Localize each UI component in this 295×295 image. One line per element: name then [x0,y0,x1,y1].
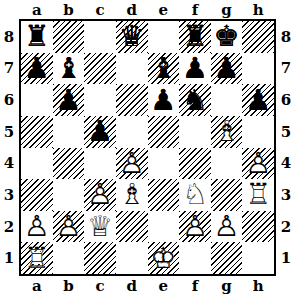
piece-white-pawn[interactable]: ♟♙ [211,211,243,243]
square-d8[interactable]: ♛♛ [116,21,148,53]
square-d5[interactable] [116,116,148,148]
square-f5[interactable] [179,116,211,148]
piece-black-rook[interactable]: ♜♜ [21,21,53,53]
square-h8[interactable] [242,21,274,53]
chess-board: ♜♜♛♛♜♜♚♚♟♟♝♝♝♝♟♟♟♟♟♟♟♟♞♞♟♟♟♟♝♗♟♙♟♙♟♙♝♗♞♘… [19,19,276,276]
piece-glyph: ♟ [179,53,211,85]
square-h6[interactable]: ♟♟ [242,84,274,116]
square-d7[interactable] [116,53,148,85]
piece-white-pawn[interactable]: ♟♙ [242,148,274,180]
piece-glyph: ♟ [242,84,274,116]
piece-glyph: ♔ [148,242,180,274]
rank-label-3: 3 [278,179,294,211]
rank-label-7: 7 [1,53,17,85]
rank-label-1: 1 [1,242,17,274]
square-e7[interactable]: ♝♝ [148,53,180,85]
square-e5[interactable] [148,116,180,148]
piece-black-bishop[interactable]: ♝♝ [53,53,85,85]
square-b1[interactable] [53,242,85,274]
rank-label-1: 1 [278,242,294,274]
piece-glyph: ♟ [148,84,180,116]
rank-label-5: 5 [1,116,17,148]
piece-glyph: ♙ [53,211,85,243]
square-h1[interactable] [242,242,274,274]
square-d3[interactable]: ♝♗ [116,179,148,211]
piece-black-knight[interactable]: ♞♞ [179,84,211,116]
square-b3[interactable] [53,179,85,211]
rank-label-4: 4 [278,148,294,180]
square-e6[interactable]: ♟♟ [148,84,180,116]
piece-white-bishop[interactable]: ♝♗ [116,179,148,211]
square-a7[interactable]: ♟♟ [21,53,53,85]
square-g5[interactable]: ♝♗ [211,116,243,148]
square-c6[interactable] [84,84,116,116]
piece-white-queen[interactable]: ♛♕ [84,211,116,243]
rank-label-6: 6 [1,84,17,116]
piece-white-rook[interactable]: ♜♖ [21,242,53,274]
file-label-g: g [211,2,243,18]
piece-black-king[interactable]: ♚♚ [211,21,243,53]
rank-label-8: 8 [278,21,294,53]
piece-glyph: ♛ [116,21,148,53]
square-a5[interactable] [21,116,53,148]
file-labels-top: abcdefgh [21,2,274,18]
square-h4[interactable]: ♟♙ [242,148,274,180]
square-g8[interactable]: ♚♚ [211,21,243,53]
rank-label-6: 6 [278,84,294,116]
square-a4[interactable] [21,148,53,180]
square-e8[interactable] [148,21,180,53]
file-label-c: c [84,278,116,294]
piece-glyph: ♙ [21,211,53,243]
piece-glyph: ♝ [53,53,85,85]
rank-label-4: 4 [1,148,17,180]
piece-black-pawn[interactable]: ♟♟ [148,84,180,116]
rank-label-8: 8 [1,21,17,53]
piece-black-bishop[interactable]: ♝♝ [148,53,180,85]
file-label-a: a [21,2,53,18]
piece-white-pawn[interactable]: ♟♙ [179,211,211,243]
square-g3[interactable] [211,179,243,211]
piece-glyph: ♖ [242,179,274,211]
piece-glyph: ♙ [242,148,274,180]
file-label-h: h [242,278,274,294]
piece-glyph: ♝ [148,53,180,85]
piece-glyph: ♜ [179,21,211,53]
rank-labels-right: 87654321 [278,21,294,274]
file-label-b: b [53,2,85,18]
piece-black-pawn[interactable]: ♟♟ [211,53,243,85]
square-h3[interactable]: ♜♖ [242,179,274,211]
piece-glyph: ♗ [211,116,243,148]
square-c7[interactable] [84,53,116,85]
square-h5[interactable] [242,116,274,148]
rank-label-7: 7 [278,53,294,85]
piece-glyph: ♟ [21,53,53,85]
square-c5[interactable]: ♟♟ [84,116,116,148]
square-a1[interactable]: ♜♖ [21,242,53,274]
piece-black-pawn[interactable]: ♟♟ [179,53,211,85]
square-h2[interactable] [242,211,274,243]
piece-white-pawn[interactable]: ♟♙ [116,148,148,180]
square-e2[interactable] [148,211,180,243]
file-label-c: c [84,2,116,18]
piece-glyph: ♚ [211,21,243,53]
square-g1[interactable] [211,242,243,274]
square-f7[interactable]: ♟♟ [179,53,211,85]
piece-glyph: ♖ [21,242,53,274]
square-g2[interactable]: ♟♙ [211,211,243,243]
file-label-a: a [21,278,53,294]
piece-white-king[interactable]: ♚♔ [148,242,180,274]
file-label-d: d [116,2,148,18]
square-f1[interactable] [179,242,211,274]
piece-white-rook[interactable]: ♜♖ [242,179,274,211]
square-b5[interactable] [53,116,85,148]
file-label-f: f [179,2,211,18]
square-b6[interactable]: ♟♟ [53,84,85,116]
file-label-g: g [211,278,243,294]
square-d2[interactable] [116,211,148,243]
piece-black-pawn[interactable]: ♟♟ [242,84,274,116]
piece-white-pawn[interactable]: ♟♙ [53,211,85,243]
piece-white-knight[interactable]: ♞♘ [179,179,211,211]
piece-white-bishop[interactable]: ♝♗ [211,116,243,148]
square-c8[interactable] [84,21,116,53]
file-label-e: e [148,278,180,294]
square-e4[interactable] [148,148,180,180]
piece-glyph: ♙ [116,148,148,180]
square-g7[interactable]: ♟♟ [211,53,243,85]
square-a8[interactable]: ♜♜ [21,21,53,53]
square-c4[interactable] [84,148,116,180]
piece-black-rook[interactable]: ♜♜ [179,21,211,53]
chess-diagram: abcdefgh 87654321 ♜♜♛♛♜♜♚♚♟♟♝♝♝♝♟♟♟♟♟♟♟♟… [0,0,295,295]
square-g6[interactable] [211,84,243,116]
piece-white-pawn[interactable]: ♟♙ [21,211,53,243]
square-f6[interactable]: ♞♞ [179,84,211,116]
piece-glyph: ♙ [84,179,116,211]
file-label-d: d [116,278,148,294]
square-a3[interactable] [21,179,53,211]
square-f8[interactable]: ♜♜ [179,21,211,53]
piece-black-pawn[interactable]: ♟♟ [21,53,53,85]
piece-white-pawn[interactable]: ♟♙ [84,179,116,211]
square-h7[interactable] [242,53,274,85]
piece-glyph: ♜ [21,21,53,53]
piece-glyph: ♙ [179,211,211,243]
square-c1[interactable] [84,242,116,274]
square-a2[interactable]: ♟♙ [21,211,53,243]
square-d1[interactable] [116,242,148,274]
rank-label-5: 5 [278,116,294,148]
piece-black-queen[interactable]: ♛♛ [116,21,148,53]
square-g4[interactable] [211,148,243,180]
piece-glyph: ♞ [179,84,211,116]
square-f4[interactable] [179,148,211,180]
piece-black-pawn[interactable]: ♟♟ [84,116,116,148]
piece-glyph: ♟ [211,53,243,85]
square-e3[interactable] [148,179,180,211]
rank-label-2: 2 [1,211,17,243]
piece-glyph: ♕ [84,211,116,243]
piece-black-pawn[interactable]: ♟♟ [53,84,85,116]
rank-label-3: 3 [1,179,17,211]
piece-glyph: ♟ [84,116,116,148]
square-b8[interactable] [53,21,85,53]
square-d6[interactable] [116,84,148,116]
square-c3[interactable]: ♟♙ [84,179,116,211]
file-label-f: f [179,278,211,294]
square-b4[interactable] [53,148,85,180]
file-labels-bottom: abcdefgh [21,278,274,294]
rank-label-2: 2 [278,211,294,243]
square-a6[interactable] [21,84,53,116]
piece-glyph: ♘ [179,179,211,211]
square-f3[interactable]: ♞♘ [179,179,211,211]
square-d4[interactable]: ♟♙ [116,148,148,180]
file-label-e: e [148,2,180,18]
square-c2[interactable]: ♛♕ [84,211,116,243]
rank-labels-left: 87654321 [1,21,17,274]
square-b2[interactable]: ♟♙ [53,211,85,243]
file-label-b: b [53,278,85,294]
file-label-h: h [242,2,274,18]
square-b7[interactable]: ♝♝ [53,53,85,85]
square-e1[interactable]: ♚♔ [148,242,180,274]
piece-glyph: ♟ [53,84,85,116]
piece-glyph: ♗ [116,179,148,211]
square-f2[interactable]: ♟♙ [179,211,211,243]
piece-glyph: ♙ [211,211,243,243]
